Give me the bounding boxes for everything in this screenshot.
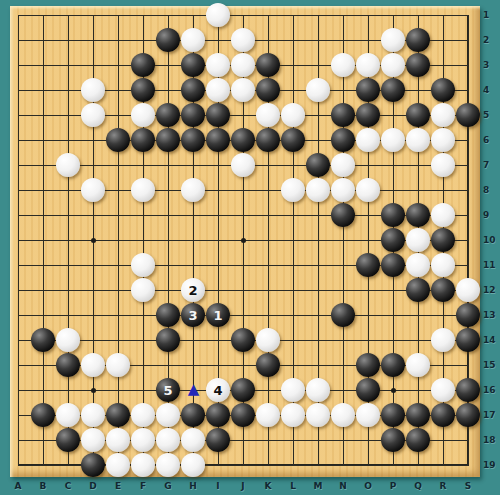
black-stone (431, 278, 455, 302)
column-label-B: B (33, 481, 53, 491)
column-label-J: J (233, 481, 253, 491)
black-stone (256, 53, 280, 77)
black-stone (231, 403, 255, 427)
column-label-C: C (58, 481, 78, 491)
white-stone (331, 178, 355, 202)
column-label-O: O (358, 481, 378, 491)
black-stone (106, 128, 130, 152)
white-stone (306, 78, 330, 102)
white-stone (381, 128, 405, 152)
black-stone (456, 378, 480, 402)
black-stone (356, 103, 380, 127)
white-stone (406, 353, 430, 377)
white-stone (56, 328, 80, 352)
white-stone (181, 178, 205, 202)
column-label-M: M (308, 481, 328, 491)
white-stone (131, 278, 155, 302)
column-label-S: S (458, 481, 478, 491)
black-stone (456, 328, 480, 352)
black-stone (356, 353, 380, 377)
black-stone (381, 78, 405, 102)
white-stone (181, 28, 205, 52)
white-stone (206, 78, 230, 102)
black-stone (31, 403, 55, 427)
row-label-3: 3 (483, 60, 499, 70)
black-stone (181, 103, 205, 127)
black-stone (181, 78, 205, 102)
row-label-17: 17 (483, 410, 499, 420)
black-stone (431, 78, 455, 102)
row-label-18: 18 (483, 435, 499, 445)
white-stone (56, 153, 80, 177)
column-label-E: E (108, 481, 128, 491)
black-stone-move-1: 1 (206, 303, 230, 327)
white-stone (131, 103, 155, 127)
row-label-9: 9 (483, 210, 499, 220)
white-stone (456, 278, 480, 302)
row-label-8: 8 (483, 185, 499, 195)
column-label-F: F (133, 481, 153, 491)
black-stone (206, 128, 230, 152)
star-point (241, 238, 246, 243)
black-stone (456, 403, 480, 427)
black-stone (406, 403, 430, 427)
black-stone (231, 378, 255, 402)
white-stone (331, 53, 355, 77)
column-label-A: A (8, 481, 28, 491)
white-stone (331, 403, 355, 427)
row-label-6: 6 (483, 135, 499, 145)
white-stone (131, 453, 155, 477)
row-label-11: 11 (483, 260, 499, 270)
black-stone (231, 328, 255, 352)
black-stone (406, 278, 430, 302)
white-stone-move-4: 4 (206, 378, 230, 402)
black-stone (106, 403, 130, 427)
black-stone (256, 128, 280, 152)
white-stone (281, 178, 305, 202)
black-stone (406, 103, 430, 127)
row-label-4: 4 (483, 85, 499, 95)
white-stone (81, 103, 105, 127)
black-stone (456, 303, 480, 327)
star-point (91, 238, 96, 243)
row-label-19: 19 (483, 460, 499, 470)
black-stone (381, 403, 405, 427)
black-stone (431, 228, 455, 252)
grid-line-vertical (343, 15, 344, 466)
row-label-12: 12 (483, 285, 499, 295)
white-stone (231, 53, 255, 77)
black-stone (206, 403, 230, 427)
black-stone (381, 203, 405, 227)
white-stone (306, 403, 330, 427)
white-stone (431, 378, 455, 402)
star-point (91, 388, 96, 393)
row-label-2: 2 (483, 35, 499, 45)
white-stone (131, 178, 155, 202)
white-stone (256, 403, 280, 427)
black-stone (381, 428, 405, 452)
white-stone (206, 53, 230, 77)
black-stone (206, 103, 230, 127)
column-label-L: L (283, 481, 303, 491)
black-stone (181, 128, 205, 152)
black-stone (131, 128, 155, 152)
row-label-1: 1 (483, 10, 499, 20)
white-stone (406, 228, 430, 252)
black-stone (356, 253, 380, 277)
black-stone (406, 53, 430, 77)
black-stone (331, 128, 355, 152)
black-stone (356, 378, 380, 402)
white-stone (256, 103, 280, 127)
white-stone (431, 153, 455, 177)
black-stone (331, 203, 355, 227)
column-label-G: G (158, 481, 178, 491)
go-board[interactable]: 23154▲ (10, 6, 480, 477)
white-stone (431, 128, 455, 152)
white-stone (306, 378, 330, 402)
column-label-I: I (208, 481, 228, 491)
white-stone (356, 178, 380, 202)
black-stone (356, 78, 380, 102)
black-stone (281, 128, 305, 152)
white-stone (381, 53, 405, 77)
row-label-15: 15 (483, 360, 499, 370)
white-stone (256, 328, 280, 352)
black-stone (331, 303, 355, 327)
row-label-7: 7 (483, 160, 499, 170)
grid-line-horizontal (18, 290, 469, 291)
star-point (391, 388, 396, 393)
black-stone (231, 128, 255, 152)
white-stone-move-2: 2 (181, 278, 205, 302)
white-stone (81, 178, 105, 202)
white-stone (381, 28, 405, 52)
black-stone (256, 353, 280, 377)
white-stone (156, 403, 180, 427)
white-stone (406, 253, 430, 277)
white-stone (131, 428, 155, 452)
black-stone (156, 328, 180, 352)
column-label-N: N (333, 481, 353, 491)
row-label-5: 5 (483, 110, 499, 120)
white-stone (356, 128, 380, 152)
black-stone (31, 328, 55, 352)
black-stone (206, 428, 230, 452)
white-stone (281, 103, 305, 127)
column-label-H: H (183, 481, 203, 491)
black-stone (381, 353, 405, 377)
white-stone (81, 428, 105, 452)
white-stone (156, 428, 180, 452)
black-stone (406, 28, 430, 52)
white-stone (56, 403, 80, 427)
white-stone (406, 128, 430, 152)
black-stone (81, 453, 105, 477)
column-label-P: P (383, 481, 403, 491)
black-stone (156, 28, 180, 52)
white-stone (231, 28, 255, 52)
white-stone (81, 353, 105, 377)
white-stone (81, 403, 105, 427)
black-stone (431, 403, 455, 427)
black-stone (256, 78, 280, 102)
white-stone (206, 3, 230, 27)
white-stone (181, 453, 205, 477)
white-stone (131, 253, 155, 277)
white-stone (431, 203, 455, 227)
column-label-D: D (83, 481, 103, 491)
white-stone (106, 353, 130, 377)
column-label-K: K (258, 481, 278, 491)
white-stone (306, 178, 330, 202)
white-stone (431, 328, 455, 352)
black-stone (306, 153, 330, 177)
white-stone (106, 453, 130, 477)
white-stone (106, 428, 130, 452)
white-stone (356, 53, 380, 77)
column-label-R: R (433, 481, 453, 491)
go-app-window: 23154▲ ABCDEFGHIJKLMNOPQRS12345678910111… (0, 0, 500, 495)
black-stone (131, 78, 155, 102)
white-stone (181, 428, 205, 452)
row-label-13: 13 (483, 310, 499, 320)
white-stone (281, 403, 305, 427)
white-stone (431, 103, 455, 127)
white-stone (281, 378, 305, 402)
grid-line-horizontal (18, 315, 469, 316)
black-stone (456, 103, 480, 127)
black-stone (56, 353, 80, 377)
black-stone-move-5: 5 (156, 378, 180, 402)
black-stone (56, 428, 80, 452)
black-stone (406, 428, 430, 452)
row-label-10: 10 (483, 235, 499, 245)
white-stone (156, 453, 180, 477)
black-stone (156, 128, 180, 152)
white-stone (431, 253, 455, 277)
white-stone (81, 78, 105, 102)
black-stone (156, 303, 180, 327)
column-label-Q: Q (408, 481, 428, 491)
black-stone (181, 53, 205, 77)
black-stone (381, 228, 405, 252)
white-stone (131, 403, 155, 427)
black-stone-move-3: 3 (181, 303, 205, 327)
black-stone (156, 103, 180, 127)
black-stone (131, 53, 155, 77)
white-stone (331, 153, 355, 177)
black-stone (181, 403, 205, 427)
row-label-14: 14 (483, 335, 499, 345)
black-stone (331, 103, 355, 127)
black-stone (406, 203, 430, 227)
row-label-16: 16 (483, 385, 499, 395)
black-stone (381, 253, 405, 277)
white-stone (356, 403, 380, 427)
white-stone (231, 153, 255, 177)
triangle-mark: ▲ (181, 377, 206, 402)
white-stone (231, 78, 255, 102)
